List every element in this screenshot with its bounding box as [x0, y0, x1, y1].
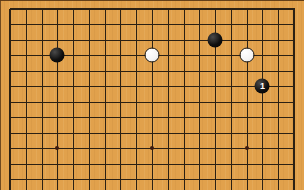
go-board-surface[interactable]: 1 [0, 0, 304, 190]
move-number-label: 1 [260, 82, 265, 91]
grid-line-horizontal [10, 164, 295, 165]
white-stone-k16 [145, 48, 160, 63]
star-point-d10 [55, 146, 59, 150]
grid-line-horizontal [10, 133, 295, 134]
grid-line-horizontal [10, 71, 295, 72]
black-stone-d16 [50, 48, 65, 63]
white-stone-q16 [239, 48, 254, 63]
star-point-k10 [150, 146, 154, 150]
grid-line-horizontal [10, 117, 295, 118]
grid-line-horizontal [10, 102, 295, 103]
grid-line-horizontal [10, 179, 295, 180]
star-point-q10 [245, 146, 249, 150]
grid-line-horizontal [10, 40, 295, 41]
black-stone-n17 [208, 32, 223, 47]
black-stone-r14: 1 [255, 79, 270, 94]
grid-line-horizontal [10, 8, 295, 10]
grid-line-horizontal [10, 86, 295, 87]
go-diagram: 1 [0, 0, 304, 190]
grid-line-horizontal [10, 24, 295, 25]
